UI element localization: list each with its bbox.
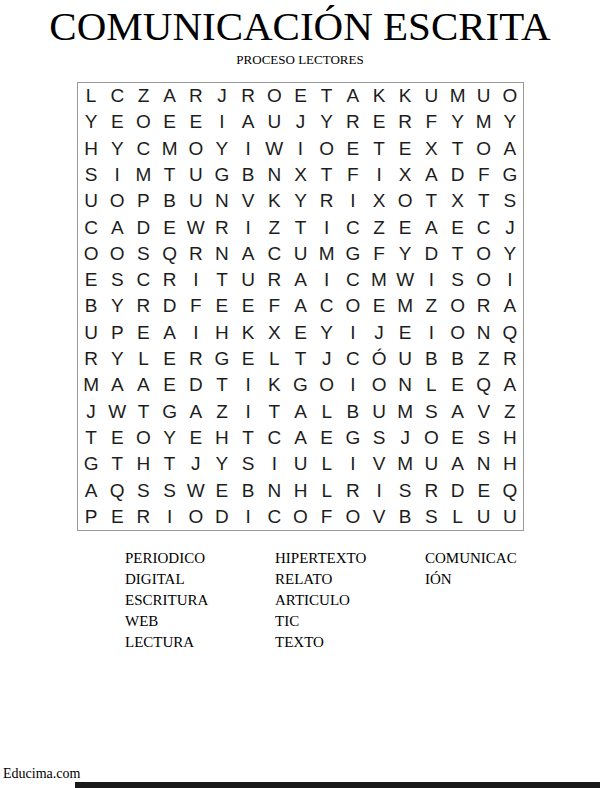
grid-cell[interactable]: O [314,136,340,162]
grid-cell[interactable]: F [418,109,444,135]
grid-cell[interactable]: S [471,425,497,451]
grid-cell[interactable]: S [366,425,392,451]
grid-cell[interactable]: P [130,188,156,214]
grid-cell[interactable]: R [340,109,366,135]
grid-cell[interactable]: E [287,320,313,346]
grid-cell[interactable]: J [392,425,418,451]
grid-cell[interactable]: R [261,267,287,293]
grid-cell[interactable]: L [418,372,444,398]
grid-cell[interactable]: A [497,372,523,398]
grid-cell[interactable]: M [78,372,104,398]
grid-cell[interactable]: C [340,214,366,240]
grid-cell[interactable]: R [183,83,209,109]
grid-cell[interactable]: Y [392,241,418,267]
grid-cell[interactable]: H [78,136,104,162]
grid-cell[interactable]: S [130,241,156,267]
grid-cell[interactable]: I [340,188,366,214]
grid-cell[interactable]: E [314,425,340,451]
grid-cell[interactable]: D [157,293,183,319]
grid-cell[interactable]: Y [444,109,470,135]
grid-cell[interactable]: E [157,214,183,240]
grid-cell[interactable]: W [183,214,209,240]
grid-cell[interactable]: V [471,399,497,425]
grid-cell[interactable]: G [497,162,523,188]
grid-cell[interactable]: Y [157,425,183,451]
grid-cell[interactable]: K [261,372,287,398]
grid-cell[interactable]: M [471,109,497,135]
grid-cell[interactable]: I [235,504,261,530]
grid-cell[interactable]: X [287,162,313,188]
grid-cell[interactable]: L [78,83,104,109]
grid-cell[interactable]: C [130,136,156,162]
grid-cell[interactable]: Y [104,136,130,162]
word-item: ESCRITURA [125,590,265,611]
page-title: COMUNICACIÓN ESCRITA [0,0,600,48]
word-item: IÓN [425,569,535,590]
grid-cell[interactable]: U [287,451,313,477]
grid-cell[interactable]: E [444,425,470,451]
grid-cell[interactable]: J [183,451,209,477]
grid-cell[interactable]: Y [104,293,130,319]
grid-cell[interactable]: M [314,241,340,267]
grid-cell[interactable]: U [183,188,209,214]
grid-cell[interactable]: H [497,425,523,451]
grid-cell[interactable]: I [418,267,444,293]
grid-cell[interactable]: G [209,346,235,372]
grid-cell[interactable]: N [261,477,287,503]
grid-cell[interactable]: O [471,136,497,162]
grid-cell[interactable]: D [418,241,444,267]
grid-cell[interactable]: O [366,372,392,398]
grid-cell[interactable]: R [471,293,497,319]
grid-cell[interactable]: V [366,504,392,530]
word-item: COMUNICAC [425,548,535,569]
grid-cell[interactable]: N [209,188,235,214]
grid-cell[interactable]: L [314,399,340,425]
grid-cell[interactable]: I [366,477,392,503]
grid-cell[interactable]: D [130,214,156,240]
grid-cell[interactable]: Z [209,399,235,425]
grid-cell[interactable]: B [444,346,470,372]
grid-cell[interactable]: E [392,320,418,346]
grid-cell[interactable]: A [444,451,470,477]
grid-cell[interactable]: A [287,267,313,293]
grid-cell[interactable]: X [418,136,444,162]
grid-cell[interactable]: R [340,477,366,503]
grid-cell[interactable]: G [340,425,366,451]
grid-cell[interactable]: N [392,372,418,398]
grid-cell[interactable]: T [444,241,470,267]
grid-cell[interactable]: I [340,372,366,398]
grid-cell[interactable]: A [183,399,209,425]
grid-cell[interactable]: B [418,346,444,372]
grid-cell[interactable]: S [130,477,156,503]
grid-cell[interactable]: R [157,267,183,293]
grid-cell[interactable]: R [78,346,104,372]
grid-cell[interactable]: Z [130,83,156,109]
grid-cell[interactable]: M [392,451,418,477]
grid-cell[interactable]: T [78,425,104,451]
grid-cell[interactable]: T [314,162,340,188]
grid-cell[interactable]: T [104,451,130,477]
grid-cell[interactable]: L [444,504,470,530]
grid-cell[interactable]: T [418,188,444,214]
grid-cell[interactable]: E [366,109,392,135]
grid-cell[interactable]: M [392,293,418,319]
grid-cell[interactable]: R [392,109,418,135]
word-item: TIC [275,611,415,632]
grid-cell[interactable]: G [209,162,235,188]
grid-cell[interactable]: I [418,320,444,346]
grid-cell[interactable]: R [314,188,340,214]
grid-cell[interactable]: I [340,320,366,346]
grid-cell[interactable]: D [209,504,235,530]
grid-cell[interactable]: D [183,372,209,398]
grid-cell[interactable]: T [366,136,392,162]
grid-cell[interactable]: A [157,83,183,109]
grid-cell[interactable]: U [471,504,497,530]
grid-cell[interactable]: U [418,451,444,477]
grid-cell[interactable]: Q [157,241,183,267]
grid-cell[interactable]: R [183,346,209,372]
grid-cell[interactable]: K [261,188,287,214]
grid-cell[interactable]: Y [104,346,130,372]
grid-cell[interactable]: A [235,109,261,135]
grid-cell[interactable]: E [104,504,130,530]
grid-cell[interactable]: X [366,188,392,214]
grid-cell[interactable]: A [287,425,313,451]
grid-cell[interactable]: U [497,504,523,530]
grid-cell[interactable]: C [78,214,104,240]
grid-cell[interactable]: Z [418,293,444,319]
grid-cell[interactable]: E [104,109,130,135]
grid-cell[interactable]: I [314,214,340,240]
grid-cell[interactable]: E [392,136,418,162]
grid-cell[interactable]: T [209,267,235,293]
grid-cell[interactable]: L [314,477,340,503]
grid-cell[interactable]: I [209,109,235,135]
grid-cell[interactable]: O [340,293,366,319]
grid-cell[interactable]: Z [497,399,523,425]
grid-cell[interactable]: E [209,293,235,319]
grid-cell[interactable]: O [104,188,130,214]
grid-cell[interactable]: I [497,267,523,293]
grid-cell[interactable]: S [444,267,470,293]
grid-cell[interactable]: Q [104,477,130,503]
grid-cell[interactable]: T [287,214,313,240]
grid-cell[interactable]: J [78,399,104,425]
grid-cell[interactable]: F [183,293,209,319]
grid-cell[interactable]: K [366,83,392,109]
grid-cell[interactable]: A [157,320,183,346]
grid-cell[interactable]: I [366,162,392,188]
grid-cell[interactable]: V [366,451,392,477]
grid-cell[interactable]: I [183,320,209,346]
grid-cell[interactable]: E [235,346,261,372]
grid-cell[interactable]: M [366,267,392,293]
grid-cell[interactable]: Q [497,320,523,346]
word-item: ARTICULO [275,590,415,611]
grid-cell[interactable]: T [235,425,261,451]
grid-cell[interactable]: U [471,83,497,109]
grid-cell[interactable]: A [287,399,313,425]
grid-cell[interactable]: B [78,293,104,319]
grid-cell[interactable]: R [418,477,444,503]
grid-cell[interactable]: A [104,372,130,398]
grid-cell[interactable]: M [130,162,156,188]
grid-cell[interactable]: A [104,214,130,240]
grid-cell[interactable]: S [392,477,418,503]
grid-cell[interactable]: E [235,293,261,319]
grid-cell[interactable]: Y [287,188,313,214]
grid-cell[interactable]: Q [497,477,523,503]
grid-cell[interactable]: C [261,241,287,267]
grid-cell[interactable]: A [287,293,313,319]
grid-cell[interactable]: J [497,214,523,240]
grid-cell[interactable]: O [130,425,156,451]
grid-cell[interactable]: Y [497,241,523,267]
grid-cell[interactable]: T [157,162,183,188]
grid-cell[interactable]: I [314,267,340,293]
grid-cell[interactable]: Y [314,320,340,346]
grid-cell[interactable]: T [209,372,235,398]
grid-cell[interactable]: A [497,136,523,162]
grid-cell[interactable]: R [130,504,156,530]
grid-cell[interactable]: A [340,83,366,109]
grid-cell[interactable]: O [392,188,418,214]
grid-cell[interactable]: J [209,83,235,109]
grid-cell[interactable]: B [340,399,366,425]
grid-cell[interactable]: N [471,451,497,477]
grid-cell[interactable]: O [444,293,470,319]
grid-cell[interactable]: E [104,425,130,451]
grid-cell[interactable]: T [157,451,183,477]
grid-cell[interactable]: H [287,477,313,503]
wordlist-column-1: PERIODICODIGITALESCRITURAWEBLECTURA [125,548,265,653]
grid-cell[interactable]: W [392,267,418,293]
grid-cell[interactable]: A [418,162,444,188]
grid-cell[interactable]: H [209,320,235,346]
grid-cell[interactable]: R [235,83,261,109]
grid-cell[interactable]: A [78,477,104,503]
grid-cell[interactable]: T [130,399,156,425]
grid-cell[interactable]: C [340,267,366,293]
grid-cell[interactable]: U [78,320,104,346]
grid-cell[interactable]: M [444,83,470,109]
grid-cell[interactable]: G [340,241,366,267]
grid-cell[interactable]: S [157,477,183,503]
grid-cell[interactable]: U [78,188,104,214]
grid-cell[interactable]: G [157,399,183,425]
grid-cell[interactable]: O [497,83,523,109]
grid-cell[interactable]: E [340,136,366,162]
grid-cell[interactable]: A [235,241,261,267]
grid-cell[interactable]: E [471,477,497,503]
grid-cell[interactable]: S [418,504,444,530]
grid-cell[interactable]: Z [366,214,392,240]
grid-cell[interactable]: N [209,241,235,267]
grid-cell[interactable]: E [183,109,209,135]
grid-cell[interactable]: O [340,504,366,530]
grid-cell[interactable]: A [497,293,523,319]
grid-cell[interactable]: O [261,83,287,109]
grid-cell[interactable]: H [209,425,235,451]
grid-cell[interactable]: O [287,504,313,530]
grid-cell[interactable]: R [130,293,156,319]
grid-cell[interactable]: F [261,293,287,319]
grid-cell[interactable]: C [340,346,366,372]
grid-cell[interactable]: E [157,372,183,398]
grid-cell[interactable]: E [287,83,313,109]
grid-cell[interactable]: V [235,188,261,214]
grid-cell[interactable]: O [130,109,156,135]
grid-cell[interactable]: O [183,136,209,162]
grid-cell[interactable]: U [261,109,287,135]
grid-cell[interactable]: D [444,162,470,188]
grid-cell[interactable]: L [130,346,156,372]
grid-cell[interactable]: I [287,136,313,162]
grid-cell[interactable]: E [444,214,470,240]
grid-cell[interactable]: T [287,346,313,372]
grid-cell[interactable]: P [104,320,130,346]
grid-cell[interactable]: C [314,293,340,319]
grid-cell[interactable]: O [471,267,497,293]
grid-cell[interactable]: L [314,451,340,477]
grid-cell[interactable]: S [235,451,261,477]
grid-cell[interactable]: C [104,83,130,109]
grid-cell[interactable]: Q [471,372,497,398]
grid-cell[interactable]: C [261,504,287,530]
grid-cell[interactable]: F [471,162,497,188]
grid-cell[interactable]: X [392,162,418,188]
grid-cell[interactable]: Y [209,451,235,477]
grid-cell[interactable]: P [78,504,104,530]
grid-cell[interactable]: U [235,267,261,293]
grid-cell[interactable]: C [130,267,156,293]
grid-cell[interactable]: A [418,214,444,240]
grid-cell[interactable]: Y [78,109,104,135]
grid-cell[interactable]: I [235,372,261,398]
grid-cell[interactable]: R [183,241,209,267]
grid-cell[interactable]: W [104,399,130,425]
grid-cell[interactable]: U [183,162,209,188]
grid-cell[interactable]: B [235,162,261,188]
grid-cell[interactable]: E [444,372,470,398]
grid-cell[interactable]: W [261,136,287,162]
grid-cell[interactable]: G [287,372,313,398]
grid-cell[interactable]: T [444,136,470,162]
grid-cell[interactable]: Z [471,346,497,372]
grid-cell[interactable]: I [235,399,261,425]
grid-cell[interactable]: S [497,188,523,214]
grid-cell[interactable]: K [392,83,418,109]
grid-cell[interactable]: H [497,451,523,477]
grid-cell[interactable]: U [418,83,444,109]
grid-cell[interactable]: M [157,136,183,162]
grid-cell[interactable]: D [444,477,470,503]
bottom-edge-bar [75,782,600,788]
grid-cell[interactable]: O [314,372,340,398]
grid-cell[interactable]: E [392,214,418,240]
word-item: DIGITAL [125,569,265,590]
grid-cell[interactable]: T [261,399,287,425]
grid-cell[interactable]: X [261,320,287,346]
grid-cell[interactable]: I [104,162,130,188]
grid-cell[interactable]: F [366,241,392,267]
grid-cell[interactable]: Ó [366,346,392,372]
grid-cell[interactable]: E [366,293,392,319]
grid-cell[interactable]: J [287,109,313,135]
grid-cell[interactable]: E [78,267,104,293]
grid-cell[interactable]: W [183,477,209,503]
grid-cell[interactable]: U [392,346,418,372]
grid-cell[interactable]: B [157,188,183,214]
grid-cell[interactable]: A [130,372,156,398]
grid-cell[interactable]: Y [497,109,523,135]
grid-cell[interactable]: I [261,451,287,477]
grid-cell[interactable]: F [314,504,340,530]
grid-cell[interactable]: I [157,504,183,530]
grid-cell[interactable]: G [78,451,104,477]
grid-cell[interactable]: S [418,399,444,425]
grid-cell[interactable]: T [314,83,340,109]
grid-cell[interactable]: Z [261,214,287,240]
grid-cell[interactable]: N [471,320,497,346]
grid-cell[interactable]: R [209,214,235,240]
grid-cell[interactable]: I [183,267,209,293]
word-search-grid: LCZARJROETAKKUMUOYEOEEIAUJYRERFYMYHYCMOY… [77,82,524,531]
grid-cell[interactable]: O [104,241,130,267]
grid-cell[interactable]: I [235,136,261,162]
grid-cell[interactable]: Y [314,109,340,135]
grid-cell[interactable]: Y [209,136,235,162]
grid-cell[interactable]: F [340,162,366,188]
grid-cell[interactable]: K [235,320,261,346]
grid-cell[interactable]: O [444,320,470,346]
grid-cell[interactable]: C [471,214,497,240]
grid-cell[interactable]: E [130,320,156,346]
grid-cell[interactable]: O [78,241,104,267]
grid-cell[interactable]: E [209,477,235,503]
grid-cell[interactable]: X [444,188,470,214]
grid-cell[interactable]: U [366,399,392,425]
grid-cell[interactable]: S [104,267,130,293]
grid-cell[interactable]: A [444,399,470,425]
grid-cell[interactable]: B [235,477,261,503]
grid-cell[interactable]: E [157,346,183,372]
grid-cell[interactable]: E [157,109,183,135]
grid-cell[interactable]: N [261,162,287,188]
page-subtitle: PROCESO LECTORES [0,52,600,68]
grid-cell[interactable]: J [366,320,392,346]
grid-cell[interactable]: H [130,451,156,477]
grid-cell[interactable]: M [392,399,418,425]
grid-cell[interactable]: U [287,241,313,267]
grid-cell[interactable]: O [418,425,444,451]
grid-cell[interactable]: O [471,241,497,267]
grid-cell[interactable]: B [392,504,418,530]
grid-cell[interactable]: L [261,346,287,372]
grid-cell[interactable]: C [261,425,287,451]
grid-cell[interactable]: S [78,162,104,188]
grid-cell[interactable]: J [314,346,340,372]
grid-cell[interactable]: E [183,425,209,451]
grid-cell[interactable]: I [340,451,366,477]
grid-cell[interactable]: R [497,346,523,372]
grid-cell[interactable]: I [235,214,261,240]
grid-cell[interactable]: O [183,504,209,530]
grid-cell[interactable]: T [471,188,497,214]
